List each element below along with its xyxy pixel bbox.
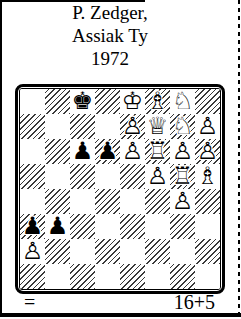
square-d5: [95, 164, 120, 189]
square-e3: [120, 214, 145, 239]
piece-white-rook: ♜♖: [170, 164, 195, 189]
piece-white-pawn: ♟♙: [20, 239, 45, 264]
piece-glyph: ♟: [20, 214, 45, 239]
square-h3: [195, 214, 220, 239]
square-f3: [145, 214, 170, 239]
square-c2: [70, 239, 95, 264]
piece-black-pawn: ♟: [70, 139, 95, 164]
square-d6: ♟: [95, 139, 120, 164]
square-a7: [20, 114, 45, 139]
square-e6: ♟♙: [120, 139, 145, 164]
square-h6: ♟♙: [195, 139, 220, 164]
piece-white-pawn: ♟♙: [170, 189, 195, 214]
piece-white-pawn: ♟♙: [120, 114, 145, 139]
square-h2: [195, 239, 220, 264]
square-g7: ♞♘: [170, 114, 195, 139]
square-f2: [145, 239, 170, 264]
square-e4: [120, 189, 145, 214]
piece-white-pawn: ♟♙: [170, 139, 195, 164]
piece-outline: ♔: [120, 89, 145, 114]
square-f1: [145, 264, 170, 289]
piece-glyph: ♟: [45, 214, 70, 239]
square-b5: [45, 164, 70, 189]
square-c5: [70, 164, 95, 189]
piece-outline: ♙: [20, 239, 45, 264]
piece-outline: ♙: [145, 164, 170, 189]
square-e8: ♚♔: [120, 89, 145, 114]
problem-caption: P. Zedger, Assiak Ty 1972: [0, 1, 220, 70]
square-c1: [70, 264, 95, 289]
square-g1: [170, 264, 195, 289]
piece-white-knight: ♞♘: [170, 114, 195, 139]
square-c3: [70, 214, 95, 239]
square-b2: [45, 239, 70, 264]
square-g2: [170, 239, 195, 264]
square-f7: ♛♕: [145, 114, 170, 139]
publication-clipping: { "game": "chess", "diagram_type": "endg…: [0, 0, 241, 319]
piece-black-king: ♚: [70, 89, 95, 114]
square-g8: ♞♘: [170, 89, 195, 114]
square-c8: ♚: [70, 89, 95, 114]
square-b8: [45, 89, 70, 114]
square-d3: [95, 214, 120, 239]
square-g3: [170, 214, 195, 239]
square-a8: [20, 89, 45, 114]
piece-white-pawn: ♟♙: [195, 139, 220, 164]
square-e1: [120, 264, 145, 289]
piece-white-king: ♚♔: [120, 89, 145, 114]
square-b6: [45, 139, 70, 164]
piece-outline: ♕: [145, 114, 170, 139]
square-h8: [195, 89, 220, 114]
piece-outline: ♙: [170, 139, 195, 164]
square-f5: ♟♙: [145, 164, 170, 189]
square-d2: [95, 239, 120, 264]
piece-white-bishop: ♝♗: [195, 164, 220, 189]
square-b3: ♟: [45, 214, 70, 239]
square-b7: [45, 114, 70, 139]
piece-outline: ♙: [120, 139, 145, 164]
square-a2: ♟♙: [20, 239, 45, 264]
square-b4: [45, 189, 70, 214]
piece-white-pawn: ♟♙: [195, 114, 220, 139]
square-d8: [95, 89, 120, 114]
right-dashed-rule: [238, 0, 240, 319]
piece-white-rook: ♜♖: [145, 139, 170, 164]
piece-glyph: ♟: [70, 139, 95, 164]
stipulation: =: [24, 291, 35, 314]
square-e2: [120, 239, 145, 264]
square-h5: ♝♗: [195, 164, 220, 189]
source-line: Assiak Ty: [0, 24, 220, 47]
square-c6: ♟: [70, 139, 95, 164]
piece-outline: ♙: [170, 189, 195, 214]
piece-outline: ♖: [145, 139, 170, 164]
piece-count: 16+5: [174, 291, 215, 314]
square-d1: [95, 264, 120, 289]
piece-black-pawn: ♟: [95, 139, 120, 164]
square-c4: [70, 189, 95, 214]
piece-outline: ♗: [145, 89, 170, 114]
piece-outline: ♙: [195, 114, 220, 139]
piece-white-pawn: ♟♙: [120, 139, 145, 164]
chess-board: ♚♚♔♝♗♞♘♟♙♛♕♞♘♟♙♟♟♟♙♜♖♟♙♟♙♟♙♜♖♝♗♟♙♟♟♟♙: [15, 84, 225, 294]
square-f8: ♝♗: [145, 89, 170, 114]
piece-black-pawn: ♟: [45, 214, 70, 239]
piece-white-knight: ♞♘: [170, 89, 195, 114]
piece-outline: ♘: [170, 89, 195, 114]
square-h7: ♟♙: [195, 114, 220, 139]
square-f4: [145, 189, 170, 214]
square-b1: [45, 264, 70, 289]
square-a4: [20, 189, 45, 214]
square-e5: [120, 164, 145, 189]
square-a3: ♟: [20, 214, 45, 239]
square-f6: ♜♖: [145, 139, 170, 164]
square-c7: [70, 114, 95, 139]
piece-glyph: ♚: [70, 89, 95, 114]
piece-outline: ♘: [170, 114, 195, 139]
year-line: 1972: [0, 47, 220, 70]
chess-board-frame: ♚♚♔♝♗♞♘♟♙♛♕♞♘♟♙♟♟♟♙♜♖♟♙♟♙♟♙♜♖♝♗♟♙♟♟♟♙: [19, 88, 221, 290]
square-h1: [195, 264, 220, 289]
square-a1: [20, 264, 45, 289]
square-h4: [195, 189, 220, 214]
square-d7: [95, 114, 120, 139]
square-g4: ♟♙: [170, 189, 195, 214]
chess-board-grid: ♚♚♔♝♗♞♘♟♙♛♕♞♘♟♙♟♟♟♙♜♖♟♙♟♙♟♙♜♖♝♗♟♙♟♟♟♙: [20, 89, 220, 289]
square-a6: [20, 139, 45, 164]
piece-white-pawn: ♟♙: [145, 164, 170, 189]
piece-black-pawn: ♟: [20, 214, 45, 239]
piece-outline: ♙: [195, 139, 220, 164]
piece-outline: ♗: [195, 164, 220, 189]
author-line: P. Zedger,: [0, 1, 220, 24]
square-g6: ♟♙: [170, 139, 195, 164]
piece-white-bishop: ♝♗: [145, 89, 170, 114]
piece-white-queen: ♛♕: [145, 114, 170, 139]
piece-outline: ♖: [170, 164, 195, 189]
square-d4: [95, 189, 120, 214]
square-g5: ♜♖: [170, 164, 195, 189]
piece-glyph: ♟: [95, 139, 120, 164]
square-e7: ♟♙: [120, 114, 145, 139]
piece-outline: ♙: [120, 114, 145, 139]
square-a5: [20, 164, 45, 189]
